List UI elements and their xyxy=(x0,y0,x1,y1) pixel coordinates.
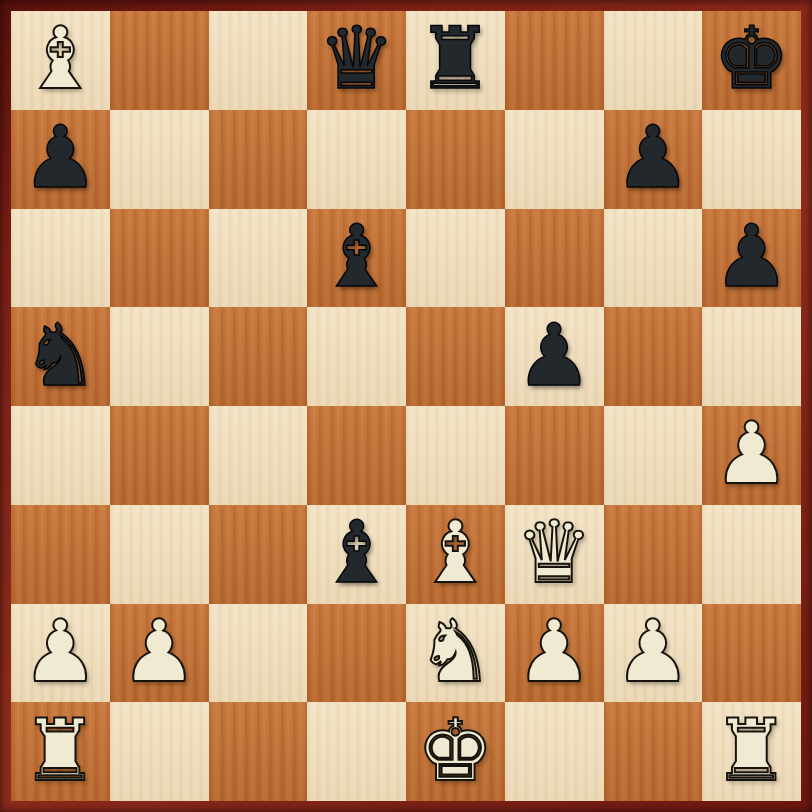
square-b3[interactable] xyxy=(110,505,209,604)
square-c1[interactable] xyxy=(209,702,308,801)
square-b2[interactable]: ♟ xyxy=(110,604,209,703)
black-rook-e8[interactable]: ♜ xyxy=(417,15,494,101)
black-pawn-g7[interactable]: ♟ xyxy=(614,114,691,200)
square-a7[interactable]: ♟ xyxy=(11,110,110,209)
square-h1[interactable]: ♜ xyxy=(702,702,801,801)
square-b1[interactable] xyxy=(110,702,209,801)
square-f5[interactable]: ♟ xyxy=(505,307,604,406)
square-h2[interactable] xyxy=(702,604,801,703)
square-b7[interactable] xyxy=(110,110,209,209)
square-e6[interactable] xyxy=(406,209,505,308)
square-d6[interactable]: ♝ xyxy=(307,209,406,308)
square-f6[interactable] xyxy=(505,209,604,308)
square-g3[interactable] xyxy=(604,505,703,604)
black-pawn-h6[interactable]: ♟ xyxy=(713,213,790,299)
square-f3[interactable]: ♛ xyxy=(505,505,604,604)
square-f1[interactable] xyxy=(505,702,604,801)
square-c2[interactable] xyxy=(209,604,308,703)
white-pawn-h4[interactable]: ♟ xyxy=(713,410,790,496)
square-f7[interactable] xyxy=(505,110,604,209)
square-e5[interactable] xyxy=(406,307,505,406)
square-h8[interactable]: ♚ xyxy=(702,11,801,110)
square-a6[interactable] xyxy=(11,209,110,308)
white-pawn-b2[interactable]: ♟ xyxy=(121,608,198,694)
square-a2[interactable]: ♟ xyxy=(11,604,110,703)
square-c4[interactable] xyxy=(209,406,308,505)
square-b8[interactable] xyxy=(110,11,209,110)
square-f2[interactable]: ♟ xyxy=(505,604,604,703)
square-g4[interactable] xyxy=(604,406,703,505)
white-pawn-f2[interactable]: ♟ xyxy=(516,608,593,694)
square-e3[interactable]: ♝ xyxy=(406,505,505,604)
square-b6[interactable] xyxy=(110,209,209,308)
white-queen-f3[interactable]: ♛ xyxy=(516,509,593,595)
square-c8[interactable] xyxy=(209,11,308,110)
square-h6[interactable]: ♟ xyxy=(702,209,801,308)
black-bishop-d6[interactable]: ♝ xyxy=(318,213,395,299)
square-d7[interactable] xyxy=(307,110,406,209)
black-bishop-d3[interactable]: ♝ xyxy=(318,509,395,595)
white-king-e1[interactable]: ♚ xyxy=(417,707,494,793)
square-c7[interactable] xyxy=(209,110,308,209)
square-h5[interactable] xyxy=(702,307,801,406)
square-e4[interactable] xyxy=(406,406,505,505)
square-h7[interactable] xyxy=(702,110,801,209)
square-c3[interactable] xyxy=(209,505,308,604)
board-frame: ♝♛♜♚♟♟♝♟♞♟♟♝♝♛♟♟♞♟♟♜♚♜ xyxy=(0,0,812,812)
black-pawn-a7[interactable]: ♟ xyxy=(22,114,99,200)
square-g2[interactable]: ♟ xyxy=(604,604,703,703)
square-a5[interactable]: ♞ xyxy=(11,307,110,406)
square-a1[interactable]: ♜ xyxy=(11,702,110,801)
square-h4[interactable]: ♟ xyxy=(702,406,801,505)
square-a4[interactable] xyxy=(11,406,110,505)
square-h3[interactable] xyxy=(702,505,801,604)
white-rook-a1[interactable]: ♜ xyxy=(22,707,99,793)
black-pawn-f5[interactable]: ♟ xyxy=(516,312,593,398)
black-knight-a5[interactable]: ♞ xyxy=(22,312,99,398)
square-c5[interactable] xyxy=(209,307,308,406)
square-d2[interactable] xyxy=(307,604,406,703)
chess-board: ♝♛♜♚♟♟♝♟♞♟♟♝♝♛♟♟♞♟♟♜♚♜ xyxy=(11,11,801,801)
square-g7[interactable]: ♟ xyxy=(604,110,703,209)
square-d8[interactable]: ♛ xyxy=(307,11,406,110)
square-d1[interactable] xyxy=(307,702,406,801)
square-c6[interactable] xyxy=(209,209,308,308)
square-g5[interactable] xyxy=(604,307,703,406)
white-pawn-a2[interactable]: ♟ xyxy=(22,608,99,694)
white-bishop-e3[interactable]: ♝ xyxy=(417,509,494,595)
black-king-h8[interactable]: ♚ xyxy=(713,15,790,101)
square-b5[interactable] xyxy=(110,307,209,406)
square-e8[interactable]: ♜ xyxy=(406,11,505,110)
white-rook-h1[interactable]: ♜ xyxy=(713,707,790,793)
square-g8[interactable] xyxy=(604,11,703,110)
white-bishop-a8[interactable]: ♝ xyxy=(22,15,99,101)
white-knight-e2[interactable]: ♞ xyxy=(417,608,494,694)
square-g1[interactable] xyxy=(604,702,703,801)
black-queen-d8[interactable]: ♛ xyxy=(318,15,395,101)
square-f8[interactable] xyxy=(505,11,604,110)
square-e1[interactable]: ♚ xyxy=(406,702,505,801)
square-f4[interactable] xyxy=(505,406,604,505)
square-d5[interactable] xyxy=(307,307,406,406)
square-b4[interactable] xyxy=(110,406,209,505)
square-a8[interactable]: ♝ xyxy=(11,11,110,110)
square-a3[interactable] xyxy=(11,505,110,604)
square-e7[interactable] xyxy=(406,110,505,209)
white-pawn-g2[interactable]: ♟ xyxy=(614,608,691,694)
square-g6[interactable] xyxy=(604,209,703,308)
square-d3[interactable]: ♝ xyxy=(307,505,406,604)
square-e2[interactable]: ♞ xyxy=(406,604,505,703)
square-d4[interactable] xyxy=(307,406,406,505)
